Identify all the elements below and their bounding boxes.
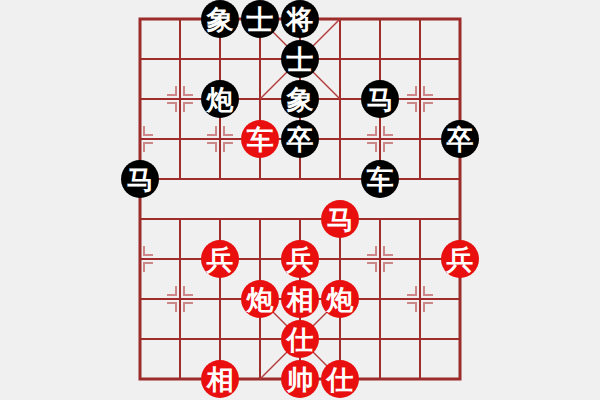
piece-red-cannon[interactable]: 炮 [241, 280, 279, 318]
piece-black-pawn[interactable]: 卒 [281, 120, 319, 158]
piece-black-general[interactable]: 将 [281, 0, 319, 38]
xiangqi-board-stage: 象士将士炮象马车卒卒马车马兵兵兵炮相炮仕相帅仕 [0, 0, 600, 400]
piece-black-elephant[interactable]: 象 [281, 80, 319, 118]
piece-black-pawn[interactable]: 卒 [441, 120, 479, 158]
piece-red-pawn[interactable]: 兵 [201, 240, 239, 278]
piece-black-horse[interactable]: 马 [121, 160, 159, 198]
piece-red-pawn[interactable]: 兵 [441, 240, 479, 278]
piece-red-elephant[interactable]: 相 [281, 280, 319, 318]
piece-red-advisor[interactable]: 仕 [281, 320, 319, 358]
piece-black-cannon[interactable]: 炮 [201, 80, 239, 118]
piece-red-cannon[interactable]: 炮 [321, 280, 359, 318]
piece-red-chariot[interactable]: 车 [241, 120, 279, 158]
piece-black-elephant[interactable]: 象 [201, 0, 239, 38]
piece-red-pawn[interactable]: 兵 [281, 240, 319, 278]
piece-red-general[interactable]: 帅 [281, 360, 319, 398]
piece-red-elephant[interactable]: 相 [201, 360, 239, 398]
piece-black-chariot[interactable]: 车 [361, 160, 399, 198]
piece-black-horse[interactable]: 马 [361, 80, 399, 118]
piece-red-advisor[interactable]: 仕 [321, 360, 359, 398]
piece-red-horse[interactable]: 马 [321, 200, 359, 238]
piece-black-advisor[interactable]: 士 [281, 40, 319, 78]
piece-black-advisor[interactable]: 士 [241, 0, 279, 38]
board[interactable]: 象士将士炮象马车卒卒马车马兵兵兵炮相炮仕相帅仕 [120, 0, 480, 399]
